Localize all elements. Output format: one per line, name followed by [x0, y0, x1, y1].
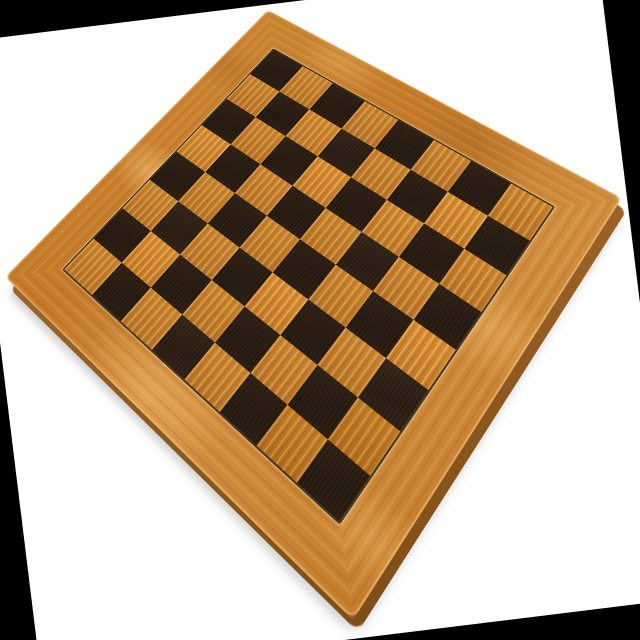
photo-canvas: [0, 0, 640, 640]
